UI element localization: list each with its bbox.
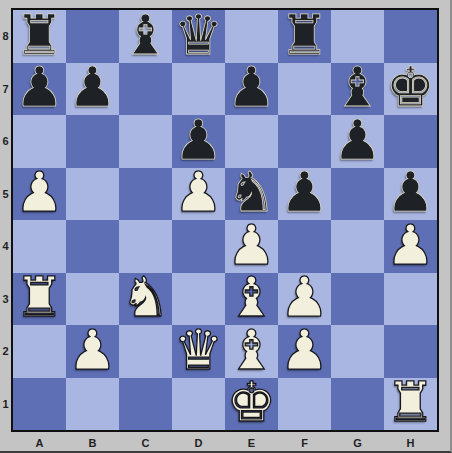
square-c8[interactable]: ♝: [119, 10, 172, 63]
square-f7[interactable]: [278, 63, 331, 116]
square-c2[interactable]: [119, 325, 172, 378]
file-label-g: G: [331, 435, 384, 451]
square-g5[interactable]: [331, 168, 384, 221]
square-c5[interactable]: [119, 168, 172, 221]
square-e1[interactable]: ♚: [225, 378, 278, 431]
square-f5[interactable]: ♟: [278, 168, 331, 221]
square-h4[interactable]: ♟: [384, 220, 437, 273]
file-label-a: A: [13, 435, 66, 451]
piece-white-pawn-a5[interactable]: ♟: [15, 165, 64, 220]
square-b6[interactable]: [66, 115, 119, 168]
square-c3[interactable]: ♞: [119, 273, 172, 326]
square-b2[interactable]: ♟: [66, 325, 119, 378]
piece-white-rook-a3[interactable]: ♜: [15, 270, 64, 325]
piece-white-pawn-b2[interactable]: ♟: [68, 323, 117, 378]
file-label-e: E: [225, 435, 278, 451]
rank-label-1: 1: [0, 378, 11, 431]
square-b5[interactable]: [66, 168, 119, 221]
chess-diagram-frame: ♜♝♛♜♟♟♟♝♚♟♟♟♟♞♟♟♟♟♜♞♝♟♟♛♝♟♚♜ 87654321ABC…: [0, 0, 452, 453]
chess-board: ♜♝♛♜♟♟♟♝♚♟♟♟♟♞♟♟♟♟♜♞♝♟♟♛♝♟♚♜: [11, 8, 439, 432]
square-a5[interactable]: ♟: [13, 168, 66, 221]
square-d5[interactable]: ♟: [172, 168, 225, 221]
piece-white-pawn-d5[interactable]: ♟: [174, 165, 223, 220]
square-g6[interactable]: ♟: [331, 115, 384, 168]
rank-label-6: 6: [0, 115, 11, 168]
square-a1[interactable]: [13, 378, 66, 431]
square-d2[interactable]: ♛: [172, 325, 225, 378]
piece-black-pawn-b7[interactable]: ♟: [68, 60, 117, 115]
square-d4[interactable]: [172, 220, 225, 273]
square-c6[interactable]: [119, 115, 172, 168]
rank-label-5: 5: [0, 168, 11, 221]
square-c1[interactable]: [119, 378, 172, 431]
square-h3[interactable]: [384, 273, 437, 326]
piece-black-bishop-c8[interactable]: ♝: [121, 8, 170, 63]
square-d1[interactable]: [172, 378, 225, 431]
file-label-d: D: [172, 435, 225, 451]
square-b4[interactable]: [66, 220, 119, 273]
file-label-h: H: [384, 435, 437, 451]
file-label-c: C: [119, 435, 172, 451]
file-label-f: F: [278, 435, 331, 451]
rank-label-4: 4: [0, 220, 11, 273]
piece-white-pawn-h4[interactable]: ♟: [386, 218, 435, 273]
piece-white-pawn-f2[interactable]: ♟: [280, 323, 329, 378]
square-h7[interactable]: ♚: [384, 63, 437, 116]
square-f1[interactable]: [278, 378, 331, 431]
piece-black-pawn-a7[interactable]: ♟: [15, 60, 64, 115]
square-b1[interactable]: [66, 378, 119, 431]
square-c7[interactable]: [119, 63, 172, 116]
square-a7[interactable]: ♟: [13, 63, 66, 116]
piece-black-pawn-f5[interactable]: ♟: [280, 165, 329, 220]
square-a2[interactable]: [13, 325, 66, 378]
piece-black-rook-f8[interactable]: ♜: [280, 8, 329, 63]
piece-black-king-h7[interactable]: ♚: [386, 60, 435, 115]
square-b7[interactable]: ♟: [66, 63, 119, 116]
rank-label-3: 3: [0, 273, 11, 326]
rank-label-7: 7: [0, 63, 11, 116]
square-f8[interactable]: ♜: [278, 10, 331, 63]
square-d8[interactable]: ♛: [172, 10, 225, 63]
piece-white-queen-d2[interactable]: ♛: [174, 323, 223, 378]
square-a3[interactable]: ♜: [13, 273, 66, 326]
piece-black-pawn-g6[interactable]: ♟: [333, 113, 382, 168]
square-h1[interactable]: ♜: [384, 378, 437, 431]
file-label-b: B: [66, 435, 119, 451]
square-g3[interactable]: [331, 273, 384, 326]
piece-white-rook-h1[interactable]: ♜: [386, 375, 435, 430]
piece-black-queen-d8[interactable]: ♛: [174, 8, 223, 63]
piece-white-knight-c3[interactable]: ♞: [121, 270, 170, 325]
square-g2[interactable]: [331, 325, 384, 378]
piece-white-king-e1[interactable]: ♚: [227, 375, 276, 430]
rank-label-8: 8: [0, 10, 11, 63]
square-e7[interactable]: ♟: [225, 63, 278, 116]
square-f2[interactable]: ♟: [278, 325, 331, 378]
square-g1[interactable]: [331, 378, 384, 431]
square-g4[interactable]: [331, 220, 384, 273]
rank-label-2: 2: [0, 325, 11, 378]
piece-black-pawn-e7[interactable]: ♟: [227, 60, 276, 115]
